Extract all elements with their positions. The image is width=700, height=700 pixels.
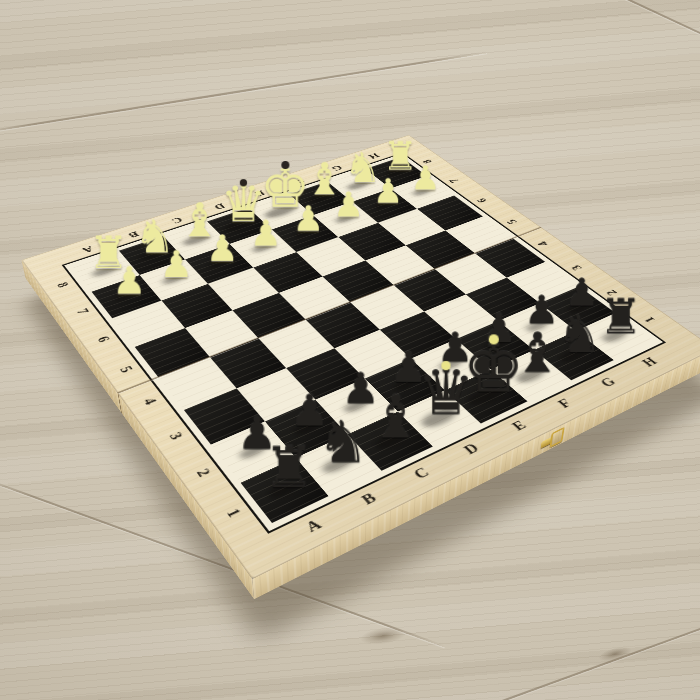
file-label-far-h: H <box>361 150 386 163</box>
square-c5[interactable] <box>232 293 305 338</box>
piece-shadow <box>90 263 121 278</box>
piece-white-pawn[interactable]: ♟ <box>196 230 247 266</box>
square-f8[interactable]: ♝ <box>289 182 352 216</box>
rank-label-right-7: 7 <box>441 174 467 187</box>
file-label-far-f: F <box>286 174 312 187</box>
file-label-far-e: E <box>247 186 273 200</box>
file-label-far-c: C <box>164 213 191 228</box>
chess-board: ♜♞♝♛♚♝♞♜♟♟♟♟♟♟♟♟♟♟♟♟♟♟♟♟♜♞♝♛♚♝♞♜ AABBCCD… <box>21 135 700 579</box>
file-label-far-b: B <box>120 227 147 243</box>
piece-shadow <box>373 200 396 210</box>
piece-shadow <box>222 218 257 234</box>
square-b6[interactable] <box>161 284 232 328</box>
rank-label-right-6: 6 <box>468 194 495 208</box>
piece-white-pawn[interactable]: ♟ <box>150 246 202 283</box>
square-g7[interactable]: ♟ <box>352 188 417 222</box>
piece-shadow <box>113 290 139 303</box>
square-g5[interactable] <box>405 230 474 268</box>
white-royal-finial <box>281 161 289 169</box>
piece-white-pawn[interactable]: ♟ <box>241 215 291 251</box>
square-e6[interactable] <box>296 237 364 276</box>
piece-white-pawn[interactable]: ♟ <box>283 201 332 236</box>
piece-white-pawn[interactable]: ♟ <box>364 174 411 208</box>
piece-shadow <box>206 257 231 269</box>
square-c7[interactable]: ♟ <box>185 244 253 284</box>
piece-white-pawn[interactable]: ♟ <box>324 187 372 221</box>
file-label-far-d: D <box>206 199 232 213</box>
piece-shadow <box>293 228 317 239</box>
rank-label-left-4: 4 <box>134 390 167 413</box>
square-d7[interactable]: ♟ <box>229 229 296 267</box>
square-f5[interactable] <box>365 245 435 285</box>
piece-shadow <box>383 167 409 178</box>
board-labels: AABBCCDDEEFFGGHH1122334455667788 <box>21 135 408 260</box>
rank-label-right-8: 8 <box>415 155 441 168</box>
square-f7[interactable]: ♟ <box>313 202 378 238</box>
piece-white-pawn[interactable]: ♟ <box>102 262 155 300</box>
square-a1[interactable]: ♜ <box>240 458 328 524</box>
black-royal-finial <box>441 361 450 370</box>
piece-black-rook[interactable]: ♜ <box>249 439 328 496</box>
white-royal-finial <box>240 179 247 186</box>
square-e5[interactable] <box>322 260 393 302</box>
square-g6[interactable] <box>378 209 445 245</box>
rank-label-right-4: 4 <box>528 236 557 252</box>
square-g4[interactable] <box>435 253 506 294</box>
piece-shadow <box>262 203 299 220</box>
piece-shadow <box>345 179 373 191</box>
piece-shadow <box>180 233 212 248</box>
piece-shadow <box>250 242 274 253</box>
square-d6[interactable] <box>253 252 322 293</box>
file-label-far-a: A <box>74 242 101 258</box>
black-royal-finial <box>489 335 499 345</box>
piece-shadow <box>305 191 335 204</box>
piece-shadow <box>334 214 357 225</box>
board-scene: ♜♞♝♛♚♝♞♜♟♟♟♟♟♟♟♟♟♟♟♟♟♟♟♟♜♞♝♛♚♝♞♜ AABBCCD… <box>0 0 700 700</box>
rank-label-right-5: 5 <box>497 214 525 229</box>
square-g8[interactable]: ♞ <box>327 169 390 201</box>
file-label-far-g: G <box>324 162 350 175</box>
piece-shadow <box>136 248 167 263</box>
photo-stage: ♜♞♝♛♚♝♞♜♟♟♟♟♟♟♟♟♟♟♟♟♟♟♟♟♜♞♝♛♚♝♞♜ AABBCCD… <box>0 0 700 700</box>
square-a7[interactable]: ♟ <box>91 275 161 318</box>
square-f4[interactable] <box>393 269 465 312</box>
square-e7[interactable]: ♟ <box>272 215 338 252</box>
square-a6[interactable] <box>112 301 184 347</box>
square-f6[interactable] <box>338 223 406 261</box>
piece-shadow <box>161 273 186 285</box>
rank-label-left-8: 8 <box>49 276 78 294</box>
piece-shadow <box>411 187 433 197</box>
square-b7[interactable]: ♟ <box>139 259 208 300</box>
